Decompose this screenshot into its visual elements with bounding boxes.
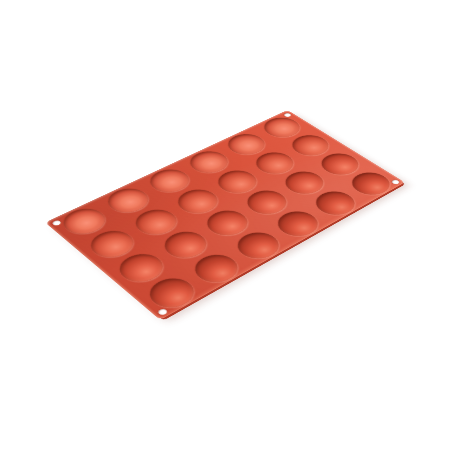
- photo-background: [0, 0, 452, 452]
- silicone-mold: [45, 110, 405, 320]
- cavity: [308, 187, 362, 220]
- cavity: [269, 207, 325, 241]
- cavity-grid: [55, 114, 396, 313]
- cavity: [344, 168, 397, 199]
